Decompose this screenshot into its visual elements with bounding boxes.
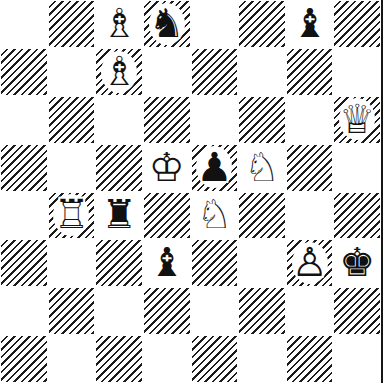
piece-white-knight: ♘ (196, 194, 232, 234)
square-d8[interactable]: ♞ (143, 0, 191, 48)
square-f2[interactable] (238, 287, 286, 335)
square-e2[interactable] (191, 287, 239, 335)
square-d6[interactable] (143, 96, 191, 144)
chess-diagram: ♗♞♝♗♕♔♟♘♖♜♘♝♙♚ (0, 0, 383, 383)
piece-black-pawn: ♟ (196, 147, 232, 187)
piece-white-knight: ♘ (244, 147, 280, 187)
square-g1[interactable] (286, 335, 334, 383)
square-f1[interactable] (238, 335, 286, 383)
square-b1[interactable] (48, 335, 96, 383)
square-g2[interactable] (286, 287, 334, 335)
square-b8[interactable] (48, 0, 96, 48)
square-a8[interactable] (0, 0, 48, 48)
piece-white-rook: ♖ (54, 194, 90, 234)
square-b2[interactable] (48, 287, 96, 335)
square-h6[interactable]: ♕ (333, 96, 381, 144)
square-g6[interactable] (286, 96, 334, 144)
square-c2[interactable] (95, 287, 143, 335)
piece-black-bishop: ♝ (149, 242, 185, 282)
square-g4[interactable] (286, 192, 334, 240)
square-h1[interactable] (333, 335, 381, 383)
square-f4[interactable] (238, 192, 286, 240)
square-e4[interactable]: ♘ (191, 192, 239, 240)
square-e3[interactable] (191, 239, 239, 287)
square-a4[interactable] (0, 192, 48, 240)
square-d3[interactable]: ♝ (143, 239, 191, 287)
square-b4[interactable]: ♖ (48, 192, 96, 240)
square-h8[interactable] (333, 0, 381, 48)
piece-black-bishop: ♝ (292, 3, 328, 43)
square-d5[interactable]: ♔ (143, 144, 191, 192)
square-h3[interactable]: ♚ (333, 239, 381, 287)
square-e1[interactable] (191, 335, 239, 383)
piece-white-bishop: ♗ (101, 3, 137, 43)
square-f7[interactable] (238, 48, 286, 96)
square-g3[interactable]: ♙ (286, 239, 334, 287)
square-g7[interactable] (286, 48, 334, 96)
square-c5[interactable] (95, 144, 143, 192)
square-f3[interactable] (238, 239, 286, 287)
square-h5[interactable] (333, 144, 381, 192)
square-c8[interactable]: ♗ (95, 0, 143, 48)
square-f6[interactable] (238, 96, 286, 144)
chess-board: ♗♞♝♗♕♔♟♘♖♜♘♝♙♚ (0, 0, 383, 383)
square-d4[interactable] (143, 192, 191, 240)
square-h7[interactable] (333, 48, 381, 96)
square-f8[interactable] (238, 0, 286, 48)
square-e8[interactable] (191, 0, 239, 48)
square-b7[interactable] (48, 48, 96, 96)
square-a7[interactable] (0, 48, 48, 96)
piece-white-king: ♔ (149, 147, 185, 187)
square-e6[interactable] (191, 96, 239, 144)
square-c4[interactable]: ♜ (95, 192, 143, 240)
square-g5[interactable] (286, 144, 334, 192)
square-c7[interactable]: ♗ (95, 48, 143, 96)
square-b5[interactable] (48, 144, 96, 192)
piece-black-king: ♚ (339, 242, 375, 282)
square-a1[interactable] (0, 335, 48, 383)
piece-black-knight: ♞ (149, 3, 185, 43)
square-a5[interactable] (0, 144, 48, 192)
square-h2[interactable] (333, 287, 381, 335)
square-c6[interactable] (95, 96, 143, 144)
square-g8[interactable]: ♝ (286, 0, 334, 48)
square-d1[interactable] (143, 335, 191, 383)
piece-white-pawn: ♙ (292, 242, 328, 282)
square-e5[interactable]: ♟ (191, 144, 239, 192)
square-b6[interactable] (48, 96, 96, 144)
square-c1[interactable] (95, 335, 143, 383)
square-h4[interactable] (333, 192, 381, 240)
piece-white-bishop: ♗ (101, 51, 137, 91)
square-d7[interactable] (143, 48, 191, 96)
square-f5[interactable]: ♘ (238, 144, 286, 192)
piece-black-rook: ♜ (101, 194, 137, 234)
square-e7[interactable] (191, 48, 239, 96)
piece-white-queen: ♕ (339, 99, 375, 139)
square-d2[interactable] (143, 287, 191, 335)
square-a6[interactable] (0, 96, 48, 144)
square-a3[interactable] (0, 239, 48, 287)
square-a2[interactable] (0, 287, 48, 335)
square-b3[interactable] (48, 239, 96, 287)
square-c3[interactable] (95, 239, 143, 287)
